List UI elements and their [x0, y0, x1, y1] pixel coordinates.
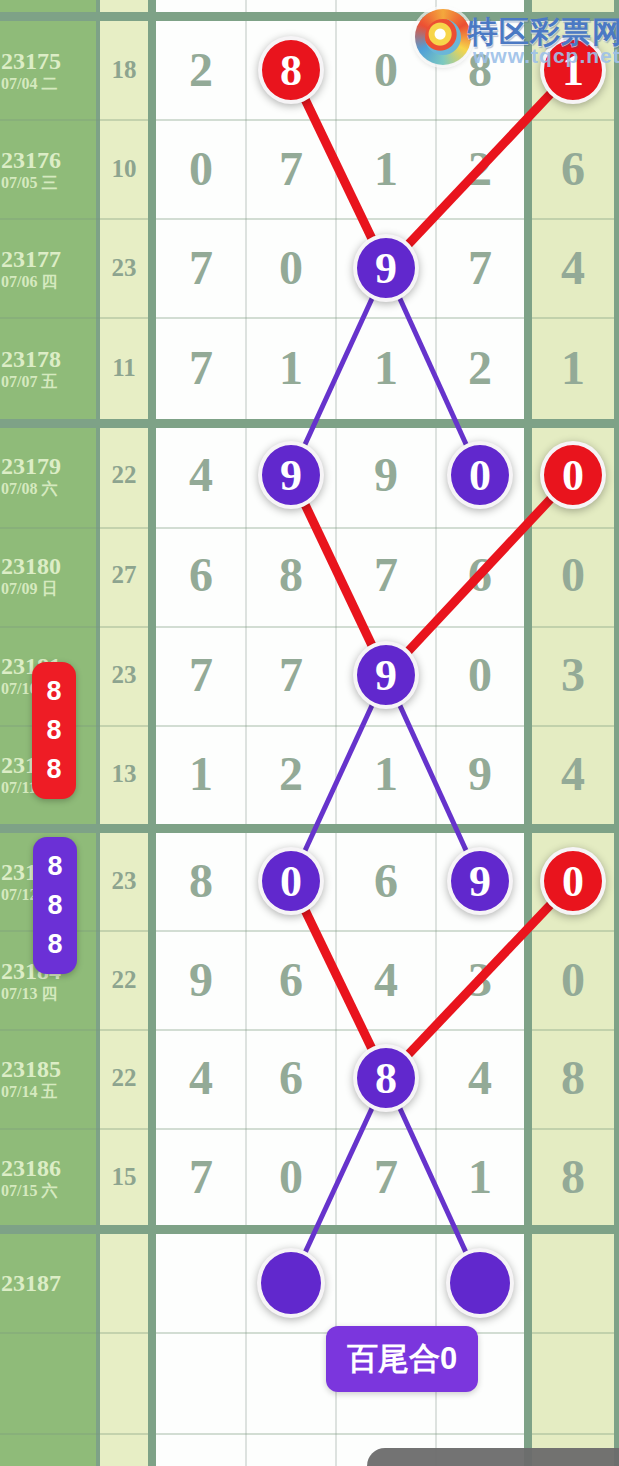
site-watermark: www.tqcp.net	[473, 44, 619, 68]
next-draw-circle	[257, 1248, 325, 1318]
floating-button-partial[interactable]	[367, 1448, 619, 1466]
annotation-badge: 百尾合0	[326, 1326, 478, 1392]
hot-number-circle: 9	[258, 441, 324, 509]
badge-digit: 8	[33, 847, 77, 886]
hot-number-circle: 8	[258, 36, 324, 104]
trend-lines	[0, 0, 619, 1466]
hot-number-circle: 9	[353, 234, 419, 302]
hot-number-circle: 0	[540, 847, 606, 915]
lottery-trend-chart: 2317507/04 二18280812317607/05 三100712623…	[0, 0, 619, 1466]
side-badge-888: 888	[32, 662, 76, 799]
red-trend-line	[386, 70, 573, 268]
site-logo-icon	[415, 9, 471, 65]
hot-number-circle: 0	[258, 847, 324, 915]
badge-digit: 8	[32, 711, 76, 750]
hot-number-circle: 0	[447, 441, 513, 509]
side-badge-888: 888	[33, 837, 77, 974]
hot-number-circle: 9	[353, 641, 419, 709]
badge-digit: 8	[33, 925, 77, 964]
next-draw-circle	[446, 1248, 514, 1318]
hot-number-circle: 8	[353, 1044, 419, 1112]
hot-number-circle: 9	[447, 847, 513, 915]
badge-digit: 8	[33, 886, 77, 925]
badge-digit: 8	[32, 672, 76, 711]
hot-number-circle: 0	[540, 441, 606, 509]
badge-digit: 8	[32, 750, 76, 789]
